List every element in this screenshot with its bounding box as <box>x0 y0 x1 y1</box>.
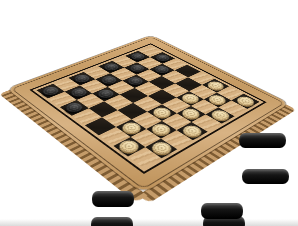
stack-center <box>199 193 241 210</box>
light-checker[interactable] <box>243 198 290 213</box>
playing-area <box>29 43 266 174</box>
black-checker[interactable] <box>92 191 134 207</box>
black-checker[interactable] <box>145 205 178 226</box>
black-checker[interactable] <box>201 203 243 219</box>
stack-right-upper <box>239 122 286 141</box>
black-checker[interactable] <box>239 133 286 148</box>
single-black-shadow <box>145 192 186 199</box>
single-light-shadow <box>188 168 233 175</box>
stack-left <box>92 181 134 198</box>
checkers-product-photo <box>0 0 298 226</box>
